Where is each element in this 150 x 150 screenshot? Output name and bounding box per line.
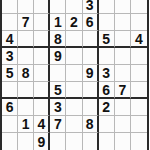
cell-r2c4: 1 (50, 14, 66, 31)
cell-r1c1[interactable] (2, 0, 18, 14)
cell-r6c2[interactable] (18, 82, 34, 99)
cell-r3c2[interactable] (18, 31, 34, 48)
cell-r5c8[interactable] (115, 65, 131, 82)
cell-r3c8[interactable] (115, 31, 131, 48)
cell-r7c5[interactable] (66, 99, 82, 116)
cell-r7c3[interactable] (34, 99, 50, 116)
cell-r8c9[interactable] (131, 116, 147, 133)
cell-r8c3: 4 (34, 116, 50, 133)
cell-r9c2[interactable] (18, 133, 34, 150)
cell-r7c2[interactable] (18, 99, 34, 116)
cell-r7c4: 3 (50, 99, 66, 116)
cell-r1c7[interactable] (99, 0, 115, 14)
cell-r1c6: 3 (83, 0, 99, 14)
cell-r1c8[interactable] (115, 0, 131, 14)
cell-r5c1: 5 (2, 65, 18, 82)
sudoku-puzzle: 37126485439589356763214789 (0, 0, 150, 150)
cell-r4c5[interactable] (66, 48, 82, 65)
cell-r3c9: 4 (131, 31, 147, 48)
cell-r3c3[interactable] (34, 31, 50, 48)
cell-r4c7[interactable] (99, 48, 115, 65)
cell-r4c8[interactable] (115, 48, 131, 65)
cell-r9c6[interactable] (83, 133, 99, 150)
cell-r8c5[interactable] (66, 116, 82, 133)
cell-r7c6[interactable] (83, 99, 99, 116)
cell-r2c9[interactable] (131, 14, 147, 31)
cell-r3c4: 8 (50, 31, 66, 48)
cell-r2c2: 7 (18, 14, 34, 31)
cell-r2c7[interactable] (99, 14, 115, 31)
sudoku-board: 37126485439589356763214789 (0, 0, 149, 150)
cell-r7c8[interactable] (115, 99, 131, 116)
cell-r3c6[interactable] (83, 31, 99, 48)
cell-r9c7[interactable] (99, 133, 115, 150)
cell-r5c3[interactable] (34, 65, 50, 82)
cell-r7c1: 6 (2, 99, 18, 116)
cell-r5c7: 3 (99, 65, 115, 82)
cell-r3c1: 4 (2, 31, 18, 48)
cell-r5c5[interactable] (66, 65, 82, 82)
cell-r4c2[interactable] (18, 48, 34, 65)
cell-r7c9[interactable] (131, 99, 147, 116)
cell-r1c2[interactable] (18, 0, 34, 14)
cell-r8c7[interactable] (99, 116, 115, 133)
cell-r2c6: 6 (83, 14, 99, 31)
cell-r2c3[interactable] (34, 14, 50, 31)
cell-r8c4: 7 (50, 116, 66, 133)
cell-r9c1[interactable] (2, 133, 18, 150)
cell-r6c3[interactable] (34, 82, 50, 99)
cell-r2c8[interactable] (115, 14, 131, 31)
cell-r6c7: 6 (99, 82, 115, 99)
cell-r2c1[interactable] (2, 14, 18, 31)
cell-r5c9[interactable] (131, 65, 147, 82)
cell-r6c1[interactable] (2, 82, 18, 99)
cell-r4c4: 9 (50, 48, 66, 65)
cell-r4c9[interactable] (131, 48, 147, 65)
cell-r7c7: 2 (99, 99, 115, 116)
cell-r6c6[interactable] (83, 82, 99, 99)
cell-r8c2: 1 (18, 116, 34, 133)
cell-r6c9[interactable] (131, 82, 147, 99)
cell-r1c9[interactable] (131, 0, 147, 14)
cell-r1c3[interactable] (34, 0, 50, 14)
cell-r5c2: 8 (18, 65, 34, 82)
cell-r1c4[interactable] (50, 0, 66, 14)
cell-r9c9 (131, 133, 147, 150)
cell-r3c5[interactable] (66, 31, 82, 48)
cell-r9c3: 9 (34, 133, 50, 150)
cell-r6c4: 5 (50, 82, 66, 99)
cell-r8c6: 8 (83, 116, 99, 133)
cell-r8c1[interactable] (2, 116, 18, 133)
cell-r3c7: 5 (99, 31, 115, 48)
cell-r6c8: 7 (115, 82, 131, 99)
cell-r9c4[interactable] (50, 133, 66, 150)
cell-r5c6: 9 (83, 65, 99, 82)
cell-r6c5[interactable] (66, 82, 82, 99)
cell-r8c8[interactable] (115, 116, 131, 133)
cell-r5c4[interactable] (50, 65, 66, 82)
cell-r9c8[interactable] (115, 133, 131, 150)
cell-r9c5[interactable] (66, 133, 82, 150)
cell-r4c1: 3 (2, 48, 18, 65)
cell-r1c5[interactable] (66, 0, 82, 14)
cell-r4c6[interactable] (83, 48, 99, 65)
cell-r2c5: 2 (66, 14, 82, 31)
cell-r4c3[interactable] (34, 48, 50, 65)
